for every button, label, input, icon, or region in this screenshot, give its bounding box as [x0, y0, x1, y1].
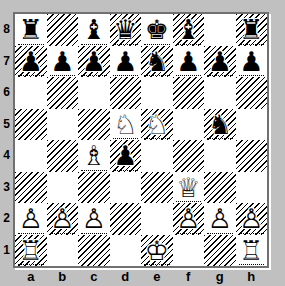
square-f2[interactable]: ♟♙	[173, 203, 205, 235]
piece-black-pawn-a7[interactable]: ♟	[15, 46, 47, 78]
square-e2[interactable]	[141, 203, 173, 235]
square-c6[interactable]	[78, 77, 110, 109]
square-a5[interactable]	[15, 109, 47, 141]
square-a6[interactable]	[15, 77, 47, 109]
piece-black-king-e8[interactable]: ♚	[141, 14, 173, 46]
square-f1[interactable]	[173, 235, 205, 267]
square-a2[interactable]: ♟♙	[15, 203, 47, 235]
board-frame: ♜♝♛♚♝♜♟♟♟♟♞♟♟♟♞♘♞♘♞♝♗♟♛♕♟♙♟♙♟♙♟♙♟♙♟♙♜♖♚♔…	[13, 12, 269, 268]
square-d7[interactable]: ♟	[110, 46, 142, 78]
square-d5[interactable]: ♞♘	[110, 109, 142, 141]
square-f7[interactable]: ♟	[173, 46, 205, 78]
square-e3[interactable]	[141, 172, 173, 204]
file-label-b: b	[47, 269, 79, 285]
rank-label-6: 6	[0, 77, 13, 109]
rank-label-4: 4	[0, 140, 13, 172]
square-b6[interactable]	[47, 77, 79, 109]
piece-white-pawn-g2[interactable]: ♙	[204, 203, 236, 235]
square-d4[interactable]: ♟	[110, 140, 142, 172]
square-b4[interactable]	[47, 140, 79, 172]
square-d1[interactable]	[110, 235, 142, 267]
square-b7[interactable]: ♟	[47, 46, 79, 78]
piece-black-pawn-d4[interactable]: ♟	[110, 140, 142, 172]
file-label-g: g	[204, 269, 236, 285]
square-a1[interactable]: ♜♖	[15, 235, 47, 267]
square-g5[interactable]: ♞	[204, 109, 236, 141]
square-d8[interactable]: ♛	[110, 14, 142, 46]
rank-label-2: 2	[0, 203, 13, 235]
piece-white-knight-e5[interactable]: ♘	[141, 109, 173, 141]
piece-black-pawn-h7[interactable]: ♟	[236, 46, 268, 78]
square-g7[interactable]: ♟	[204, 46, 236, 78]
piece-white-king-e1[interactable]: ♔	[141, 235, 173, 267]
square-h3[interactable]	[236, 172, 268, 204]
square-c5[interactable]	[78, 109, 110, 141]
piece-white-rook-a1[interactable]: ♖	[15, 235, 47, 267]
piece-black-pawn-f7[interactable]: ♟	[173, 46, 205, 78]
file-label-a: a	[15, 269, 47, 285]
square-g1[interactable]	[204, 235, 236, 267]
square-f6[interactable]	[173, 77, 205, 109]
square-h4[interactable]	[236, 140, 268, 172]
piece-black-pawn-c7[interactable]: ♟	[78, 46, 110, 78]
square-b3[interactable]	[47, 172, 79, 204]
square-c3[interactable]	[78, 172, 110, 204]
piece-white-bishop-c4[interactable]: ♗	[78, 140, 110, 172]
piece-black-rook-a8[interactable]: ♜	[15, 14, 47, 46]
rank-label-1: 1	[0, 235, 13, 267]
square-c7[interactable]: ♟	[78, 46, 110, 78]
square-e4[interactable]	[141, 140, 173, 172]
piece-black-bishop-f8[interactable]: ♝	[173, 14, 205, 46]
square-h8[interactable]: ♜	[236, 14, 268, 46]
chess-diagram: 87654321 ♜♝♛♚♝♜♟♟♟♟♞♟♟♟♞♘♞♘♞♝♗♟♛♕♟♙♟♙♟♙♟…	[0, 0, 285, 286]
square-h1[interactable]: ♜♖	[236, 235, 268, 267]
piece-white-pawn-h2[interactable]: ♙	[236, 203, 268, 235]
piece-white-rook-h1[interactable]: ♖	[236, 235, 268, 267]
square-f8[interactable]: ♝	[173, 14, 205, 46]
rank-labels: 87654321	[0, 14, 13, 266]
square-a3[interactable]	[15, 172, 47, 204]
square-c2[interactable]: ♟♙	[78, 203, 110, 235]
square-e6[interactable]	[141, 77, 173, 109]
square-c1[interactable]	[78, 235, 110, 267]
square-g8[interactable]	[204, 14, 236, 46]
square-a8[interactable]: ♜	[15, 14, 47, 46]
square-d3[interactable]	[110, 172, 142, 204]
square-b5[interactable]	[47, 109, 79, 141]
file-labels: abcdefgh	[15, 269, 267, 285]
piece-white-pawn-f2[interactable]: ♙	[173, 203, 205, 235]
rank-label-8: 8	[0, 14, 13, 46]
piece-black-knight-e7[interactable]: ♞	[141, 46, 173, 78]
file-label-c: c	[78, 269, 110, 285]
file-label-d: d	[110, 269, 142, 285]
square-f5[interactable]	[173, 109, 205, 141]
rank-label-3: 3	[0, 172, 13, 204]
square-g3[interactable]	[204, 172, 236, 204]
square-a7[interactable]: ♟	[15, 46, 47, 78]
chess-board: ♜♝♛♚♝♜♟♟♟♟♞♟♟♟♞♘♞♘♞♝♗♟♛♕♟♙♟♙♟♙♟♙♟♙♟♙♜♖♚♔…	[15, 14, 267, 266]
square-c4[interactable]: ♝♗	[78, 140, 110, 172]
square-e7[interactable]: ♞	[141, 46, 173, 78]
square-c8[interactable]: ♝	[78, 14, 110, 46]
square-h7[interactable]: ♟	[236, 46, 268, 78]
piece-white-pawn-c2[interactable]: ♙	[78, 203, 110, 235]
file-label-f: f	[173, 269, 205, 285]
square-h6[interactable]	[236, 77, 268, 109]
square-h5[interactable]	[236, 109, 268, 141]
file-label-e: e	[141, 269, 173, 285]
rank-label-5: 5	[0, 109, 13, 141]
square-h2[interactable]: ♟♙	[236, 203, 268, 235]
square-g6[interactable]	[204, 77, 236, 109]
piece-white-queen-f3[interactable]: ♕	[173, 172, 205, 204]
square-d6[interactable]	[110, 77, 142, 109]
square-g4[interactable]	[204, 140, 236, 172]
square-d2[interactable]	[110, 203, 142, 235]
piece-white-pawn-a2[interactable]: ♙	[15, 203, 47, 235]
square-b1[interactable]	[47, 235, 79, 267]
piece-black-pawn-g7[interactable]: ♟	[204, 46, 236, 78]
square-a4[interactable]	[15, 140, 47, 172]
piece-white-knight-d5[interactable]: ♘	[110, 109, 142, 141]
piece-black-pawn-d7[interactable]: ♟	[110, 46, 142, 78]
square-e1[interactable]: ♚♔	[141, 235, 173, 267]
square-b2[interactable]: ♟♙	[47, 203, 79, 235]
file-label-h: h	[236, 269, 268, 285]
square-e5[interactable]: ♞♘	[141, 109, 173, 141]
square-e8[interactable]: ♚	[141, 14, 173, 46]
piece-black-rook-h8[interactable]: ♜	[236, 14, 268, 46]
square-b8[interactable]	[47, 14, 79, 46]
piece-black-queen-d8[interactable]: ♛	[110, 14, 142, 46]
square-g2[interactable]: ♟♙	[204, 203, 236, 235]
square-f3[interactable]: ♛♕	[173, 172, 205, 204]
square-f4[interactable]	[173, 140, 205, 172]
piece-black-bishop-c8[interactable]: ♝	[78, 14, 110, 46]
piece-black-pawn-b7[interactable]: ♟	[47, 46, 79, 78]
piece-black-knight-g5[interactable]: ♞	[204, 109, 236, 141]
rank-label-7: 7	[0, 46, 13, 78]
piece-white-pawn-b2[interactable]: ♙	[47, 203, 79, 235]
